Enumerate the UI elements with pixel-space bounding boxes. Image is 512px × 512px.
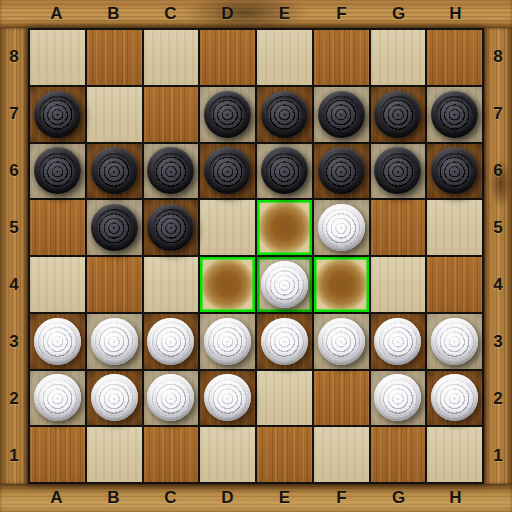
file-label-a: A (28, 484, 85, 512)
square-f7[interactable]: ⛂ (314, 87, 369, 142)
square-c6[interactable]: ⛂ (144, 144, 199, 199)
white-piece-h3[interactable]: ⛀ (431, 318, 478, 365)
white-piece-d2[interactable]: ⛀ (204, 374, 251, 421)
square-d3[interactable]: ⛀ (200, 314, 255, 369)
black-piece-a7[interactable]: ⛂ (34, 91, 81, 138)
square-d1[interactable] (200, 427, 255, 482)
square-a6[interactable]: ⛂ (30, 144, 85, 199)
white-piece-e4[interactable]: ⛀ (261, 261, 308, 308)
square-f6[interactable]: ⛂ (314, 144, 369, 199)
black-piece-g6[interactable]: ⛂ (374, 147, 421, 194)
square-c7[interactable] (144, 87, 199, 142)
square-f2[interactable] (314, 371, 369, 426)
white-piece-b3[interactable]: ⛀ (91, 318, 138, 365)
square-a4[interactable] (30, 257, 85, 312)
black-piece-d7[interactable]: ⛂ (204, 91, 251, 138)
rank-labels-right: 87654321 (484, 28, 512, 484)
board: ⛂⛂⛂⛂⛂⛂⛂⛂⛂⛂⛂⛂⛂⛂⛂⛂⛀⛀⛀⛀⛀⛀⛀⛀⛀⛀⛀⛀⛀⛀⛀⛀ (28, 28, 484, 484)
white-piece-b2[interactable]: ⛀ (91, 374, 138, 421)
rank-label-8: 8 (0, 28, 28, 85)
square-e1[interactable] (257, 427, 312, 482)
black-piece-c6[interactable]: ⛂ (147, 147, 194, 194)
square-f1[interactable] (314, 427, 369, 482)
rank-label-1: 1 (484, 427, 512, 484)
square-d2[interactable]: ⛀ (200, 371, 255, 426)
rank-label-7: 7 (0, 85, 28, 142)
rank-label-5: 5 (0, 199, 28, 256)
rank-label-7: 7 (484, 85, 512, 142)
square-b4[interactable] (87, 257, 142, 312)
black-piece-h7[interactable]: ⛂ (431, 91, 478, 138)
square-g8[interactable] (371, 30, 426, 85)
rank-label-2: 2 (0, 370, 28, 427)
white-piece-f5[interactable]: ⛀ (318, 204, 365, 251)
rank-label-6: 6 (484, 142, 512, 199)
square-c5[interactable]: ⛂ (144, 200, 199, 255)
file-label-d: D (199, 484, 256, 512)
square-g1[interactable] (371, 427, 426, 482)
square-f8[interactable] (314, 30, 369, 85)
square-e2[interactable] (257, 371, 312, 426)
square-b7[interactable] (87, 87, 142, 142)
black-piece-b5[interactable]: ⛂ (91, 204, 138, 251)
square-h5[interactable] (427, 200, 482, 255)
square-a3[interactable]: ⛀ (30, 314, 85, 369)
square-h8[interactable] (427, 30, 482, 85)
square-e7[interactable]: ⛂ (257, 87, 312, 142)
white-piece-e3[interactable]: ⛀ (261, 318, 308, 365)
file-label-e: E (256, 484, 313, 512)
black-piece-a6[interactable]: ⛂ (34, 147, 81, 194)
square-d7[interactable]: ⛂ (200, 87, 255, 142)
square-e5[interactable] (257, 200, 312, 255)
square-h6[interactable]: ⛂ (427, 144, 482, 199)
file-label-g: G (370, 484, 427, 512)
rank-label-4: 4 (484, 256, 512, 313)
square-g5[interactable] (371, 200, 426, 255)
square-e6[interactable]: ⛂ (257, 144, 312, 199)
square-d8[interactable] (200, 30, 255, 85)
square-f4[interactable] (314, 257, 369, 312)
rank-label-4: 4 (0, 256, 28, 313)
black-piece-g7[interactable]: ⛂ (374, 91, 421, 138)
square-b6[interactable]: ⛂ (87, 144, 142, 199)
square-g6[interactable]: ⛂ (371, 144, 426, 199)
square-h1[interactable] (427, 427, 482, 482)
square-a1[interactable] (30, 427, 85, 482)
white-piece-g2[interactable]: ⛀ (374, 374, 421, 421)
white-piece-a3[interactable]: ⛀ (34, 318, 81, 365)
square-b5[interactable]: ⛂ (87, 200, 142, 255)
file-label-a: A (28, 0, 85, 28)
square-h2[interactable]: ⛀ (427, 371, 482, 426)
square-e3[interactable]: ⛀ (257, 314, 312, 369)
rank-label-3: 3 (0, 313, 28, 370)
square-b8[interactable] (87, 30, 142, 85)
white-piece-d3[interactable]: ⛀ (204, 318, 251, 365)
square-c4[interactable] (144, 257, 199, 312)
square-c1[interactable] (144, 427, 199, 482)
square-c8[interactable] (144, 30, 199, 85)
square-g2[interactable]: ⛀ (371, 371, 426, 426)
square-d6[interactable]: ⛂ (200, 144, 255, 199)
white-piece-h2[interactable]: ⛀ (431, 374, 478, 421)
square-h7[interactable]: ⛂ (427, 87, 482, 142)
square-h3[interactable]: ⛀ (427, 314, 482, 369)
square-h4[interactable] (427, 257, 482, 312)
black-piece-f7[interactable]: ⛂ (318, 91, 365, 138)
black-piece-c5[interactable]: ⛂ (147, 204, 194, 251)
square-f5[interactable]: ⛀ (314, 200, 369, 255)
file-label-c: C (142, 484, 199, 512)
square-a7[interactable]: ⛂ (30, 87, 85, 142)
rank-label-6: 6 (0, 142, 28, 199)
square-d5[interactable] (200, 200, 255, 255)
file-label-d: D (199, 0, 256, 28)
square-f3[interactable]: ⛀ (314, 314, 369, 369)
checkers-app-screen: ABCDEFGH ABCDEFGH 87654321 87654321 ⛂⛂⛂⛂… (0, 0, 512, 512)
file-label-e: E (256, 0, 313, 28)
file-label-g: G (370, 0, 427, 28)
rank-label-3: 3 (484, 313, 512, 370)
file-label-b: B (85, 0, 142, 28)
file-label-c: C (142, 0, 199, 28)
file-label-f: F (313, 484, 370, 512)
rank-label-1: 1 (0, 427, 28, 484)
black-piece-b6[interactable]: ⛂ (91, 147, 138, 194)
white-piece-c2[interactable]: ⛀ (147, 374, 194, 421)
square-e8[interactable] (257, 30, 312, 85)
white-piece-f3[interactable]: ⛀ (318, 318, 365, 365)
square-c2[interactable]: ⛀ (144, 371, 199, 426)
file-label-b: B (85, 484, 142, 512)
file-label-h: H (427, 484, 484, 512)
white-piece-g3[interactable]: ⛀ (374, 318, 421, 365)
black-piece-e6[interactable]: ⛂ (261, 147, 308, 194)
square-a8[interactable] (30, 30, 85, 85)
white-piece-a2[interactable]: ⛀ (34, 374, 81, 421)
black-piece-f6[interactable]: ⛂ (318, 147, 365, 194)
square-g7[interactable]: ⛂ (371, 87, 426, 142)
black-piece-d6[interactable]: ⛂ (204, 147, 251, 194)
rank-label-8: 8 (484, 28, 512, 85)
square-g3[interactable]: ⛀ (371, 314, 426, 369)
black-piece-e7[interactable]: ⛂ (261, 91, 308, 138)
square-e4[interactable]: ⛀ (257, 257, 312, 312)
square-b1[interactable] (87, 427, 142, 482)
square-a2[interactable]: ⛀ (30, 371, 85, 426)
square-g4[interactable] (371, 257, 426, 312)
white-piece-c3[interactable]: ⛀ (147, 318, 194, 365)
file-label-f: F (313, 0, 370, 28)
square-b2[interactable]: ⛀ (87, 371, 142, 426)
black-piece-h6[interactable]: ⛂ (431, 147, 478, 194)
file-labels-bottom: ABCDEFGH (28, 484, 484, 512)
square-d4[interactable] (200, 257, 255, 312)
rank-labels-left: 87654321 (0, 28, 28, 484)
square-b3[interactable]: ⛀ (87, 314, 142, 369)
square-c3[interactable]: ⛀ (144, 314, 199, 369)
rank-label-2: 2 (484, 370, 512, 427)
rank-label-5: 5 (484, 199, 512, 256)
square-a5[interactable] (30, 200, 85, 255)
file-label-h: H (427, 0, 484, 28)
file-labels-top: ABCDEFGH (28, 0, 484, 28)
